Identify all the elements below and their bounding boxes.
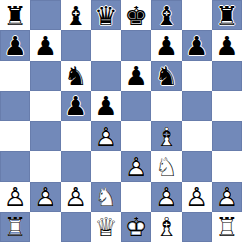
square-b5[interactable]	[30, 91, 60, 121]
white-pawn-icon[interactable]: ♟♙	[91, 121, 121, 151]
square-a3[interactable]	[0, 151, 30, 181]
white-rook-icon[interactable]: ♜♖	[0, 212, 30, 242]
square-g8[interactable]	[182, 0, 212, 30]
square-d8[interactable]: ♛	[91, 0, 121, 30]
square-h1[interactable]: ♜♖	[212, 212, 242, 242]
black-knight-fill: ♞	[151, 61, 181, 91]
white-pawn-outline: ♙	[61, 182, 91, 212]
square-a5[interactable]	[0, 91, 30, 121]
square-h6[interactable]	[212, 61, 242, 91]
square-b1[interactable]	[30, 212, 60, 242]
black-pawn-icon[interactable]: ♟	[121, 61, 151, 91]
square-f6[interactable]: ♞	[151, 61, 181, 91]
square-f1[interactable]: ♝♗	[151, 212, 181, 242]
square-h7[interactable]: ♟	[212, 30, 242, 60]
white-pawn-icon[interactable]: ♟♙	[212, 182, 242, 212]
square-f2[interactable]: ♟♙	[151, 182, 181, 212]
square-c8[interactable]: ♝	[61, 0, 91, 30]
square-g4[interactable]	[182, 121, 212, 151]
square-a2[interactable]: ♟♙	[0, 182, 30, 212]
square-b8[interactable]	[30, 0, 60, 30]
square-b7[interactable]: ♟	[30, 30, 60, 60]
square-c2[interactable]: ♟♙	[61, 182, 91, 212]
square-a7[interactable]: ♟	[0, 30, 30, 60]
white-pawn-outline: ♙	[151, 182, 181, 212]
square-e6[interactable]: ♟	[121, 61, 151, 91]
white-queen-icon[interactable]: ♛♕	[91, 212, 121, 242]
black-bishop-fill: ♝	[61, 0, 91, 30]
black-pawn-fill: ♟	[121, 61, 151, 91]
square-b3[interactable]	[30, 151, 60, 181]
black-king-fill: ♚	[121, 0, 151, 30]
square-b2[interactable]: ♟♙	[30, 182, 60, 212]
white-rook-icon[interactable]: ♜♖	[212, 212, 242, 242]
square-a4[interactable]	[0, 121, 30, 151]
square-c7[interactable]	[61, 30, 91, 60]
black-pawn-icon[interactable]: ♟	[91, 91, 121, 121]
square-d1[interactable]: ♛♕	[91, 212, 121, 242]
square-d7[interactable]	[91, 30, 121, 60]
square-g7[interactable]: ♟	[182, 30, 212, 60]
white-pawn-outline: ♙	[0, 182, 30, 212]
square-g1[interactable]	[182, 212, 212, 242]
square-e8[interactable]: ♚	[121, 0, 151, 30]
black-knight-fill: ♞	[61, 61, 91, 91]
square-c5[interactable]: ♟	[61, 91, 91, 121]
square-f3[interactable]: ♞♘	[151, 151, 181, 181]
white-queen-outline: ♕	[91, 212, 121, 242]
square-b6[interactable]	[30, 61, 60, 91]
white-pawn-icon[interactable]: ♟♙	[151, 182, 181, 212]
black-pawn-fill: ♟	[212, 30, 242, 60]
square-h4[interactable]	[212, 121, 242, 151]
black-bishop-fill: ♝	[151, 0, 181, 30]
square-d5[interactable]: ♟	[91, 91, 121, 121]
square-g2[interactable]: ♟♙	[182, 182, 212, 212]
black-knight-icon[interactable]: ♞	[61, 61, 91, 91]
black-pawn-fill: ♟	[0, 30, 30, 60]
white-pawn-outline: ♙	[121, 151, 151, 181]
square-c1[interactable]	[61, 212, 91, 242]
square-h2[interactable]: ♟♙	[212, 182, 242, 212]
black-queen-icon[interactable]: ♛	[91, 0, 121, 30]
square-e7[interactable]	[121, 30, 151, 60]
square-h3[interactable]	[212, 151, 242, 181]
white-pawn-outline: ♙	[182, 182, 212, 212]
black-king-icon[interactable]: ♚	[121, 0, 151, 30]
square-h5[interactable]	[212, 91, 242, 121]
white-pawn-outline: ♙	[91, 121, 121, 151]
white-knight-outline: ♘	[91, 182, 121, 212]
square-b4[interactable]	[30, 121, 60, 151]
square-f4[interactable]: ♝♗	[151, 121, 181, 151]
square-c4[interactable]	[61, 121, 91, 151]
white-king-outline: ♔	[121, 212, 151, 242]
square-d4[interactable]: ♟♙	[91, 121, 121, 151]
black-pawn-fill: ♟	[61, 91, 91, 121]
white-bishop-icon[interactable]: ♝♗	[151, 121, 181, 151]
white-pawn-icon[interactable]: ♟♙	[182, 182, 212, 212]
square-f8[interactable]: ♝	[151, 0, 181, 30]
chess-board-container: ♜♝♛♚♝♜♟♟♟♟♟♞♟♞♟♟♟♙♝♗♟♙♞♘♟♙♟♙♟♙♞♘♟♙♟♙♟♙♜♖…	[0, 0, 242, 242]
square-c6[interactable]: ♞	[61, 61, 91, 91]
white-knight-icon[interactable]: ♞♘	[91, 182, 121, 212]
square-d3[interactable]	[91, 151, 121, 181]
black-bishop-icon[interactable]: ♝	[151, 0, 181, 30]
black-rook-icon[interactable]: ♜	[212, 0, 242, 30]
white-king-icon[interactable]: ♚♔	[121, 212, 151, 242]
black-bishop-icon[interactable]: ♝	[61, 0, 91, 30]
black-pawn-fill: ♟	[182, 30, 212, 60]
white-bishop-icon[interactable]: ♝♗	[151, 212, 181, 242]
white-rook-outline: ♖	[212, 212, 242, 242]
black-pawn-icon[interactable]: ♟	[212, 30, 242, 60]
white-pawn-icon[interactable]: ♟♙	[61, 182, 91, 212]
white-rook-outline: ♖	[0, 212, 30, 242]
square-f7[interactable]: ♟	[151, 30, 181, 60]
white-knight-outline: ♘	[151, 151, 181, 181]
square-e5[interactable]	[121, 91, 151, 121]
black-queen-fill: ♛	[91, 0, 121, 30]
white-pawn-icon[interactable]: ♟♙	[30, 182, 60, 212]
black-pawn-icon[interactable]: ♟	[61, 91, 91, 121]
black-rook-icon[interactable]: ♜	[0, 0, 30, 30]
black-pawn-fill: ♟	[91, 91, 121, 121]
white-pawn-outline: ♙	[30, 182, 60, 212]
black-pawn-icon[interactable]: ♟	[182, 30, 212, 60]
white-bishop-outline: ♗	[151, 121, 181, 151]
square-e3[interactable]: ♟♙	[121, 151, 151, 181]
white-knight-icon[interactable]: ♞♘	[151, 151, 181, 181]
black-pawn-icon[interactable]: ♟	[0, 30, 30, 60]
square-d2[interactable]: ♞♘	[91, 182, 121, 212]
black-pawn-icon[interactable]: ♟	[151, 30, 181, 60]
square-a1[interactable]: ♜♖	[0, 212, 30, 242]
black-pawn-icon[interactable]: ♟	[30, 30, 60, 60]
white-pawn-icon[interactable]: ♟♙	[121, 151, 151, 181]
square-g5[interactable]	[182, 91, 212, 121]
square-g3[interactable]	[182, 151, 212, 181]
black-rook-fill: ♜	[212, 0, 242, 30]
black-knight-icon[interactable]: ♞	[151, 61, 181, 91]
white-pawn-outline: ♙	[212, 182, 242, 212]
black-rook-fill: ♜	[0, 0, 30, 30]
square-f5[interactable]	[151, 91, 181, 121]
square-e4[interactable]	[121, 121, 151, 151]
square-d6[interactable]	[91, 61, 121, 91]
square-h8[interactable]: ♜	[212, 0, 242, 30]
square-e1[interactable]: ♚♔	[121, 212, 151, 242]
square-a8[interactable]: ♜	[0, 0, 30, 30]
white-pawn-icon[interactable]: ♟♙	[0, 182, 30, 212]
square-a6[interactable]	[0, 61, 30, 91]
square-c3[interactable]	[61, 151, 91, 181]
square-e2[interactable]	[121, 182, 151, 212]
black-pawn-fill: ♟	[30, 30, 60, 60]
square-g6[interactable]	[182, 61, 212, 91]
black-pawn-fill: ♟	[151, 30, 181, 60]
white-bishop-outline: ♗	[151, 212, 181, 242]
chess-board: ♜♝♛♚♝♜♟♟♟♟♟♞♟♞♟♟♟♙♝♗♟♙♞♘♟♙♟♙♟♙♞♘♟♙♟♙♟♙♜♖…	[0, 0, 242, 242]
